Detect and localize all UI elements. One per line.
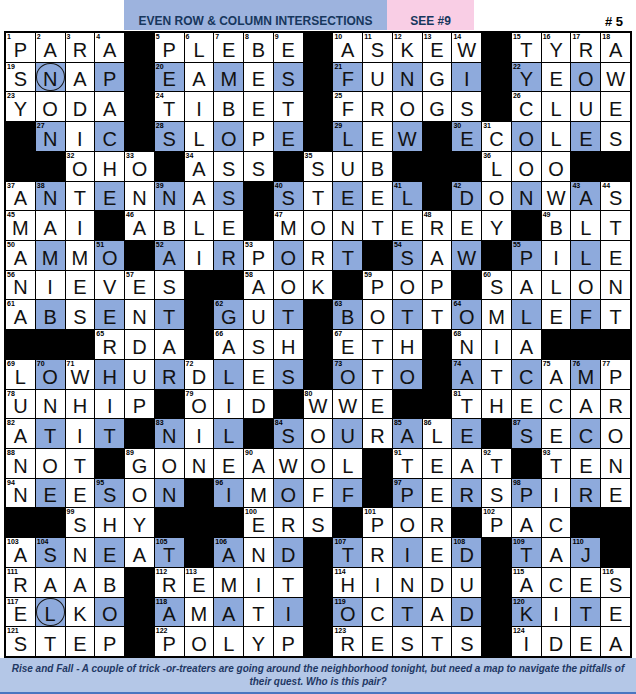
grid-cell[interactable]: O	[571, 271, 600, 300]
grid-cell[interactable]: E	[423, 449, 452, 478]
grid-cell[interactable]: 42D	[452, 182, 481, 211]
grid-cell[interactable]: E	[274, 122, 303, 151]
grid-cell[interactable]: 28S	[155, 122, 184, 151]
grid-cell[interactable]: 35S	[304, 152, 333, 181]
grid-cell[interactable]: P	[423, 271, 452, 300]
grid-cell[interactable]: 76M	[571, 360, 600, 389]
grid-cell[interactable]: T	[274, 300, 303, 329]
grid-cell[interactable]: W	[601, 63, 630, 92]
grid-cell[interactable]: 88N	[6, 449, 35, 478]
grid-cell[interactable]: U	[244, 300, 273, 329]
grid-cell[interactable]: L	[512, 300, 541, 329]
grid-cell[interactable]: 55P	[512, 241, 541, 270]
grid-cell[interactable]: H	[482, 390, 511, 419]
grid-cell[interactable]: 43A	[571, 182, 600, 211]
grid-cell[interactable]: O	[36, 449, 65, 478]
grid-cell[interactable]: A	[542, 538, 571, 567]
grid-cell[interactable]: 13E	[423, 33, 452, 62]
grid-cell[interactable]: 106A	[214, 538, 243, 567]
grid-cell[interactable]: E	[244, 63, 273, 92]
grid-cell[interactable]: C	[512, 360, 541, 389]
grid-cell[interactable]: 14W	[452, 33, 481, 62]
grid-cell[interactable]: W	[274, 449, 303, 478]
grid-cell[interactable]: 62G	[214, 300, 243, 329]
grid-cell[interactable]: N	[125, 182, 154, 211]
grid-cell[interactable]: S	[244, 330, 273, 359]
grid-cell[interactable]: B	[214, 92, 243, 121]
grid-cell[interactable]: O	[393, 360, 422, 389]
grid-cell[interactable]: 123R	[333, 627, 362, 656]
grid-cell[interactable]: A	[423, 241, 452, 270]
grid-cell[interactable]: N	[333, 211, 362, 240]
grid-cell[interactable]: R	[452, 479, 481, 508]
grid-cell[interactable]: 105T	[155, 538, 184, 567]
grid-cell[interactable]: 114H	[333, 568, 362, 597]
grid-cell[interactable]: 36L	[482, 152, 511, 181]
grid-cell[interactable]: I	[393, 538, 422, 567]
grid-cell[interactable]: S	[66, 300, 95, 329]
grid-cell[interactable]: P	[244, 122, 273, 151]
grid-cell[interactable]: E	[601, 479, 630, 508]
grid-cell[interactable]: E	[363, 627, 392, 656]
grid-cell[interactable]: S	[274, 360, 303, 389]
grid-cell[interactable]: 101P	[363, 508, 392, 537]
grid-cell[interactable]: O	[304, 419, 333, 448]
grid-cell[interactable]: 124I	[512, 627, 541, 656]
grid-cell[interactable]: D	[66, 92, 95, 121]
grid-cell[interactable]: 49B	[542, 211, 571, 240]
grid-cell[interactable]: 84S	[274, 419, 303, 448]
grid-cell[interactable]: 10A	[333, 33, 362, 62]
grid-cell[interactable]: 72D	[185, 360, 214, 389]
grid-cell[interactable]: 116S	[601, 568, 630, 597]
grid-cell[interactable]: R	[155, 360, 184, 389]
grid-cell[interactable]: G	[423, 92, 452, 121]
grid-cell[interactable]: M	[482, 300, 511, 329]
grid-cell[interactable]: G	[423, 63, 452, 92]
grid-cell[interactable]: N	[185, 449, 214, 478]
grid-cell[interactable]: 115A	[512, 568, 541, 597]
grid-cell[interactable]: T	[95, 419, 124, 448]
grid-cell[interactable]: 48R	[423, 211, 452, 240]
grid-cell[interactable]: T	[482, 360, 511, 389]
grid-cell[interactable]: A	[66, 568, 95, 597]
grid-cell[interactable]: S	[452, 92, 481, 121]
grid-cell[interactable]: A	[512, 330, 541, 359]
grid-cell[interactable]: E	[512, 390, 541, 419]
grid-cell[interactable]: 4A	[95, 33, 124, 62]
grid-cell[interactable]: S	[244, 152, 273, 181]
grid-cell[interactable]: I	[66, 122, 95, 151]
grid-cell[interactable]: 66A	[214, 330, 243, 359]
grid-cell[interactable]: T	[333, 241, 362, 270]
grid-cell[interactable]: N	[393, 63, 422, 92]
grid-cell[interactable]: O	[95, 598, 124, 627]
grid-cell[interactable]: L	[333, 449, 362, 478]
grid-cell[interactable]: O	[214, 122, 243, 151]
grid-cell[interactable]: 99S	[66, 508, 95, 537]
grid-cell[interactable]: 113E	[185, 568, 214, 597]
grid-cell[interactable]: 89G	[125, 449, 154, 478]
grid-cell[interactable]: U	[571, 92, 600, 121]
grid-cell[interactable]: A	[452, 449, 481, 478]
grid-cell[interactable]: E	[423, 538, 452, 567]
grid-cell[interactable]: S	[155, 271, 184, 300]
grid-cell[interactable]: L	[542, 271, 571, 300]
grid-cell[interactable]: 19S	[6, 63, 35, 92]
grid-cell[interactable]: 73O	[333, 360, 362, 389]
grid-cell[interactable]: 71W	[66, 360, 95, 389]
grid-cell[interactable]: 64O	[452, 300, 481, 329]
grid-cell[interactable]: H	[393, 330, 422, 359]
grid-cell[interactable]: T	[363, 330, 392, 359]
grid-cell[interactable]: 33O	[125, 152, 154, 181]
grid-cell[interactable]: H	[95, 360, 124, 389]
grid-cell[interactable]: A	[95, 92, 124, 121]
grid-cell[interactable]: B	[95, 568, 124, 597]
grid-cell[interactable]: 16Y	[542, 33, 571, 62]
grid-cell[interactable]: 44S	[601, 182, 630, 211]
grid-cell[interactable]: A	[36, 568, 65, 597]
grid-cell[interactable]: C	[363, 598, 392, 627]
grid-cell[interactable]: E	[571, 122, 600, 151]
grid-cell[interactable]: U	[333, 152, 362, 181]
grid-cell[interactable]: 1P	[6, 33, 35, 62]
grid-cell[interactable]: L	[571, 211, 600, 240]
grid-cell[interactable]: R	[363, 92, 392, 121]
grid-cell[interactable]: T	[274, 568, 303, 597]
grid-cell[interactable]: I	[274, 598, 303, 627]
grid-cell[interactable]: I	[452, 63, 481, 92]
grid-cell[interactable]: T	[601, 300, 630, 329]
grid-cell[interactable]: 3R	[66, 33, 95, 62]
grid-cell[interactable]: C	[542, 390, 571, 419]
grid-cell[interactable]: 94N	[6, 479, 35, 508]
grid-cell[interactable]: I	[66, 211, 95, 240]
grid-cell[interactable]: E	[571, 627, 600, 656]
grid-cell[interactable]: T	[571, 598, 600, 627]
grid-cell[interactable]: D	[125, 330, 154, 359]
grid-cell[interactable]: E	[423, 479, 452, 508]
grid-cell[interactable]: 112R	[155, 568, 184, 597]
grid-cell[interactable]: U	[125, 360, 154, 389]
grid-cell[interactable]: E	[36, 479, 65, 508]
grid-cell[interactable]: 92T	[482, 449, 511, 478]
grid-cell[interactable]: E	[601, 92, 630, 121]
grid-cell[interactable]: A	[125, 538, 154, 567]
grid-cell[interactable]: W	[542, 182, 571, 211]
grid-cell[interactable]: 69L	[6, 360, 35, 389]
grid-cell[interactable]: C	[542, 508, 571, 537]
grid-cell[interactable]: A	[185, 63, 214, 92]
grid-cell[interactable]: O	[482, 182, 511, 211]
grid-cell[interactable]: 121S	[6, 627, 35, 656]
grid-cell[interactable]: 90A	[244, 449, 273, 478]
grid-cell[interactable]: A	[66, 63, 95, 92]
grid-cell[interactable]: 109T	[512, 538, 541, 567]
grid-cell[interactable]: H	[274, 330, 303, 359]
grid-cell[interactable]: E	[571, 449, 600, 478]
grid-cell[interactable]: M	[36, 241, 65, 270]
grid-cell[interactable]: 8B	[244, 33, 273, 62]
grid-cell[interactable]: 21F	[333, 63, 362, 92]
grid-cell[interactable]: D	[423, 568, 452, 597]
grid-cell[interactable]: 110J	[571, 538, 600, 567]
grid-cell[interactable]: F	[571, 300, 600, 329]
grid-cell[interactable]: D	[542, 627, 571, 656]
grid-cell[interactable]: O	[304, 211, 333, 240]
grid-cell[interactable]: 98P	[512, 479, 541, 508]
grid-cell[interactable]: T	[423, 300, 452, 329]
grid-cell[interactable]: E	[95, 182, 124, 211]
grid-cell[interactable]: I	[185, 241, 214, 270]
grid-cell[interactable]: T	[66, 449, 95, 478]
grid-cell[interactable]: I	[95, 390, 124, 419]
grid-cell[interactable]: O	[393, 271, 422, 300]
grid-cell[interactable]: R	[214, 241, 243, 270]
grid-cell[interactable]: C	[542, 568, 571, 597]
grid-cell[interactable]: E	[244, 360, 273, 389]
grid-cell[interactable]: U	[363, 63, 392, 92]
grid-cell[interactable]: E	[214, 449, 243, 478]
grid-cell[interactable]: 54S	[393, 241, 422, 270]
grid-cell[interactable]: 41L	[393, 182, 422, 211]
grid-cell[interactable]: E	[66, 627, 95, 656]
grid-cell[interactable]: M	[214, 568, 243, 597]
grid-cell[interactable]: Y	[125, 508, 154, 537]
grid-cell[interactable]: 80W	[304, 390, 333, 419]
grid-cell[interactable]: O	[363, 300, 392, 329]
grid-cell[interactable]: O	[155, 449, 184, 478]
grid-cell[interactable]: T	[363, 360, 392, 389]
grid-cell[interactable]: E	[363, 390, 392, 419]
grid-cell[interactable]: 96I	[214, 479, 243, 508]
grid-cell[interactable]: 40S	[274, 182, 303, 211]
grid-cell[interactable]: C	[571, 419, 600, 448]
grid-cell[interactable]: I	[542, 479, 571, 508]
grid-cell[interactable]: E	[571, 568, 600, 597]
grid-cell[interactable]: N	[36, 63, 65, 92]
grid-cell[interactable]: 70O	[36, 360, 65, 389]
grid-cell[interactable]: 26C	[512, 92, 541, 121]
grid-cell[interactable]: E	[66, 271, 95, 300]
grid-cell[interactable]: E	[542, 63, 571, 92]
grid-cell[interactable]: R	[363, 538, 392, 567]
grid-cell[interactable]: N	[66, 538, 95, 567]
grid-cell[interactable]: 47M	[274, 211, 303, 240]
grid-cell[interactable]: O	[571, 63, 600, 92]
grid-cell[interactable]: B	[36, 300, 65, 329]
grid-cell[interactable]: I	[185, 92, 214, 121]
grid-cell[interactable]: 9E	[274, 33, 303, 62]
grid-cell[interactable]: 51O	[95, 241, 124, 270]
grid-cell[interactable]: R	[274, 508, 303, 537]
grid-cell[interactable]: U	[333, 419, 362, 448]
grid-cell[interactable]: T	[304, 182, 333, 211]
grid-cell[interactable]: M	[185, 598, 214, 627]
grid-cell[interactable]: I	[214, 390, 243, 419]
grid-cell[interactable]: E	[542, 419, 571, 448]
grid-cell[interactable]: E	[214, 211, 243, 240]
grid-cell[interactable]: B	[155, 211, 184, 240]
grid-cell[interactable]: O	[601, 419, 630, 448]
grid-cell[interactable]: O	[274, 241, 303, 270]
grid-cell[interactable]: R	[571, 479, 600, 508]
grid-cell[interactable]: O	[36, 92, 65, 121]
grid-cell[interactable]: L	[214, 419, 243, 448]
grid-cell[interactable]: 65R	[95, 330, 124, 359]
grid-cell[interactable]: M	[214, 63, 243, 92]
grid-cell[interactable]: O	[393, 92, 422, 121]
grid-cell[interactable]: E	[542, 300, 571, 329]
grid-cell[interactable]: S	[393, 627, 422, 656]
grid-cell[interactable]: 31C	[482, 122, 511, 151]
grid-cell[interactable]: S	[214, 182, 243, 211]
grid-cell[interactable]: M	[66, 241, 95, 270]
grid-cell[interactable]: 107T	[333, 538, 362, 567]
grid-cell[interactable]: R	[423, 508, 452, 537]
grid-cell[interactable]: 29L	[333, 122, 362, 151]
grid-cell[interactable]: 86L	[423, 419, 452, 448]
grid-cell[interactable]: 17R	[571, 33, 600, 62]
grid-cell[interactable]: 6L	[185, 33, 214, 62]
grid-cell[interactable]: 15T	[512, 33, 541, 62]
grid-cell[interactable]: 53P	[244, 241, 273, 270]
grid-cell[interactable]: M	[244, 479, 273, 508]
grid-cell[interactable]: N	[393, 568, 422, 597]
grid-cell[interactable]: 97P	[393, 479, 422, 508]
grid-cell[interactable]: U	[452, 568, 481, 597]
grid-cell[interactable]: A	[36, 211, 65, 240]
grid-cell[interactable]: O	[512, 152, 541, 181]
grid-cell[interactable]: 25F	[333, 92, 362, 121]
grid-cell[interactable]: K	[304, 271, 333, 300]
grid-cell[interactable]: 56N	[6, 271, 35, 300]
grid-cell[interactable]: O	[125, 479, 154, 508]
grid-cell[interactable]: T	[36, 419, 65, 448]
grid-cell[interactable]: 24T	[155, 92, 184, 121]
grid-cell[interactable]: A	[423, 598, 452, 627]
grid-cell[interactable]: 83N	[155, 419, 184, 448]
grid-cell[interactable]: L	[185, 122, 214, 151]
grid-cell[interactable]: 91T	[393, 449, 422, 478]
grid-cell[interactable]: 37A	[6, 182, 35, 211]
grid-cell[interactable]: 75A	[542, 360, 571, 389]
grid-cell[interactable]: A	[512, 508, 541, 537]
grid-cell[interactable]: S	[452, 627, 481, 656]
grid-cell[interactable]: Y	[482, 211, 511, 240]
grid-cell[interactable]: 82A	[6, 419, 35, 448]
grid-cell[interactable]: 60S	[482, 271, 511, 300]
grid-cell[interactable]: I	[363, 568, 392, 597]
grid-cell[interactable]: T	[601, 211, 630, 240]
grid-cell[interactable]: L	[214, 360, 243, 389]
grid-cell[interactable]: 79O	[185, 390, 214, 419]
grid-cell[interactable]: A	[512, 271, 541, 300]
grid-cell[interactable]: L	[214, 627, 243, 656]
grid-cell[interactable]: E	[333, 182, 362, 211]
grid-cell[interactable]: E	[452, 211, 481, 240]
grid-cell[interactable]: L	[542, 92, 571, 121]
grid-cell[interactable]: 58A	[244, 271, 273, 300]
grid-cell[interactable]: C	[95, 122, 124, 151]
grid-cell[interactable]: K	[66, 598, 95, 627]
grid-cell[interactable]: T	[393, 598, 422, 627]
grid-cell[interactable]: B	[363, 152, 392, 181]
grid-cell[interactable]: H	[95, 508, 124, 537]
grid-cell[interactable]: E	[66, 479, 95, 508]
grid-cell[interactable]: E	[95, 300, 124, 329]
grid-cell[interactable]: P	[95, 627, 124, 656]
grid-cell[interactable]: A	[571, 390, 600, 419]
grid-cell[interactable]: 57E	[125, 271, 154, 300]
grid-cell[interactable]: 67E	[333, 330, 362, 359]
grid-cell[interactable]: 34A	[185, 152, 214, 181]
grid-cell[interactable]: 59P	[363, 271, 392, 300]
grid-cell[interactable]: 108D	[452, 538, 481, 567]
grid-cell[interactable]: 63B	[333, 300, 362, 329]
grid-cell[interactable]: E	[393, 211, 422, 240]
grid-cell[interactable]: T	[155, 300, 184, 329]
grid-cell[interactable]: D	[244, 390, 273, 419]
grid-cell[interactable]: 78U	[6, 390, 35, 419]
grid-cell[interactable]: O	[304, 449, 333, 478]
grid-cell[interactable]: S	[214, 152, 243, 181]
grid-cell[interactable]: T	[274, 92, 303, 121]
grid-cell[interactable]: 5P	[155, 33, 184, 62]
grid-cell[interactable]: O	[185, 627, 214, 656]
grid-cell[interactable]: N	[601, 449, 630, 478]
grid-cell[interactable]: N	[125, 300, 154, 329]
grid-cell[interactable]: L	[571, 241, 600, 270]
grid-cell[interactable]: N	[36, 390, 65, 419]
grid-cell[interactable]: W	[333, 390, 362, 419]
grid-cell[interactable]: P	[95, 63, 124, 92]
grid-cell[interactable]: Y	[244, 627, 273, 656]
grid-cell[interactable]: R	[601, 390, 630, 419]
grid-cell[interactable]: T	[66, 182, 95, 211]
grid-cell[interactable]: P	[274, 627, 303, 656]
grid-cell[interactable]: F	[333, 479, 362, 508]
grid-cell[interactable]: I	[66, 419, 95, 448]
grid-cell[interactable]: 38N	[36, 182, 65, 211]
grid-cell[interactable]: 117E	[6, 598, 35, 627]
grid-cell[interactable]: W	[393, 122, 422, 151]
grid-cell[interactable]: E	[244, 92, 273, 121]
grid-cell[interactable]: H	[95, 152, 124, 181]
grid-cell[interactable]: 119O	[333, 598, 362, 627]
grid-cell[interactable]: T	[244, 598, 273, 627]
grid-cell[interactable]: 46A	[125, 211, 154, 240]
grid-cell[interactable]: O	[274, 479, 303, 508]
grid-cell[interactable]: 111R	[6, 568, 35, 597]
grid-cell[interactable]: 20E	[155, 63, 184, 92]
grid-cell[interactable]: D	[274, 538, 303, 567]
grid-cell[interactable]: O	[393, 508, 422, 537]
grid-cell[interactable]: O	[512, 122, 541, 151]
grid-cell[interactable]: T	[363, 211, 392, 240]
grid-cell[interactable]: A	[155, 330, 184, 359]
grid-cell[interactable]: T	[393, 300, 422, 329]
grid-cell[interactable]: 68N	[452, 330, 481, 359]
grid-cell[interactable]: 50A	[6, 241, 35, 270]
grid-cell[interactable]: L	[185, 211, 214, 240]
grid-cell[interactable]: 95S	[95, 479, 124, 508]
grid-cell[interactable]: 100E	[244, 508, 273, 537]
grid-cell[interactable]: L	[36, 598, 65, 627]
grid-cell[interactable]: V	[95, 271, 124, 300]
grid-cell[interactable]: E	[363, 122, 392, 151]
